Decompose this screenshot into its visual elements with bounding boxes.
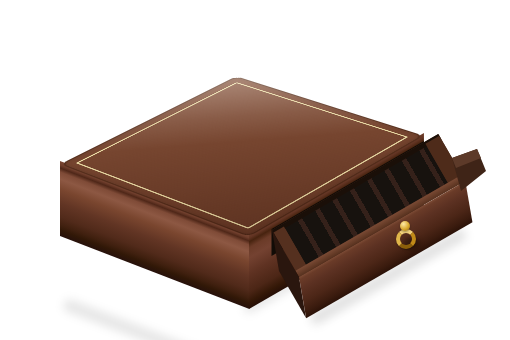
floor-shadow-left xyxy=(62,298,248,340)
ring-pull-handle xyxy=(396,229,416,249)
handle-knob xyxy=(400,221,410,231)
chess-box-photo xyxy=(0,0,510,340)
